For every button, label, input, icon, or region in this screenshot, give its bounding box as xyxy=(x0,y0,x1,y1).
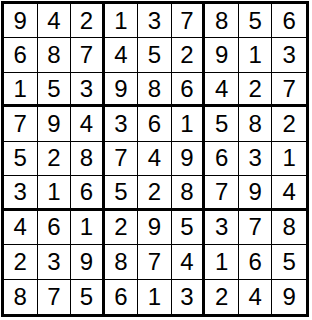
cell-r6c8[interactable]: 9 xyxy=(239,176,273,210)
cell-r9c8[interactable]: 4 xyxy=(239,280,273,314)
cell-r1c3[interactable]: 2 xyxy=(71,4,105,38)
cell-r6c4[interactable]: 5 xyxy=(105,176,139,210)
cell-r1c5[interactable]: 3 xyxy=(138,4,172,38)
cell-r1c9[interactable]: 6 xyxy=(272,4,306,38)
cell-r1c6[interactable]: 7 xyxy=(172,4,206,38)
cell-r1c8[interactable]: 5 xyxy=(239,4,273,38)
cell-r6c2[interactable]: 1 xyxy=(38,176,72,210)
cell-r4c7[interactable]: 5 xyxy=(205,107,239,141)
cell-r3c3[interactable]: 3 xyxy=(71,73,105,107)
cell-r3c4[interactable]: 9 xyxy=(105,73,139,107)
cell-r2c5[interactable]: 5 xyxy=(138,38,172,72)
cell-r8c9[interactable]: 5 xyxy=(272,245,306,279)
cell-r3c6[interactable]: 6 xyxy=(172,73,206,107)
cell-r9c6[interactable]: 3 xyxy=(172,280,206,314)
cell-r2c3[interactable]: 7 xyxy=(71,38,105,72)
cell-r3c8[interactable]: 2 xyxy=(239,73,273,107)
cell-r4c5[interactable]: 6 xyxy=(138,107,172,141)
cell-r1c2[interactable]: 4 xyxy=(38,4,72,38)
cell-r7c4[interactable]: 2 xyxy=(105,211,139,245)
cell-r8c5[interactable]: 7 xyxy=(138,245,172,279)
cell-r7c7[interactable]: 3 xyxy=(205,211,239,245)
cell-r8c4[interactable]: 8 xyxy=(105,245,139,279)
cell-r2c9[interactable]: 3 xyxy=(272,38,306,72)
cell-r8c3[interactable]: 9 xyxy=(71,245,105,279)
cell-r5c5[interactable]: 4 xyxy=(138,142,172,176)
cell-r2c2[interactable]: 8 xyxy=(38,38,72,72)
cell-r4c2[interactable]: 9 xyxy=(38,107,72,141)
cell-r1c7[interactable]: 8 xyxy=(205,4,239,38)
cell-r5c8[interactable]: 3 xyxy=(239,142,273,176)
cell-r6c3[interactable]: 6 xyxy=(71,176,105,210)
cell-r9c7[interactable]: 2 xyxy=(205,280,239,314)
cell-r2c6[interactable]: 2 xyxy=(172,38,206,72)
cell-r5c4[interactable]: 7 xyxy=(105,142,139,176)
cell-r7c3[interactable]: 1 xyxy=(71,211,105,245)
cell-r4c1[interactable]: 7 xyxy=(4,107,38,141)
cell-r2c7[interactable]: 9 xyxy=(205,38,239,72)
cell-r9c1[interactable]: 8 xyxy=(4,280,38,314)
cell-r5c7[interactable]: 6 xyxy=(205,142,239,176)
cell-r8c2[interactable]: 3 xyxy=(38,245,72,279)
cell-r8c7[interactable]: 1 xyxy=(205,245,239,279)
cell-r5c6[interactable]: 9 xyxy=(172,142,206,176)
cell-r5c3[interactable]: 8 xyxy=(71,142,105,176)
cell-r4c9[interactable]: 2 xyxy=(272,107,306,141)
cell-r6c5[interactable]: 2 xyxy=(138,176,172,210)
cell-r6c1[interactable]: 3 xyxy=(4,176,38,210)
cell-r7c1[interactable]: 4 xyxy=(4,211,38,245)
cell-r3c1[interactable]: 1 xyxy=(4,73,38,107)
cell-r3c7[interactable]: 4 xyxy=(205,73,239,107)
cell-r7c6[interactable]: 5 xyxy=(172,211,206,245)
cell-r5c1[interactable]: 5 xyxy=(4,142,38,176)
cell-r2c1[interactable]: 6 xyxy=(4,38,38,72)
cell-r1c1[interactable]: 9 xyxy=(4,4,38,38)
cell-r4c8[interactable]: 8 xyxy=(239,107,273,141)
cell-r9c3[interactable]: 5 xyxy=(71,280,105,314)
sudoku-board: 9421378566874529131539864277943615825287… xyxy=(1,1,309,317)
cell-r4c4[interactable]: 3 xyxy=(105,107,139,141)
cell-r7c2[interactable]: 6 xyxy=(38,211,72,245)
cell-r7c9[interactable]: 8 xyxy=(272,211,306,245)
cell-r6c7[interactable]: 7 xyxy=(205,176,239,210)
cell-r5c9[interactable]: 1 xyxy=(272,142,306,176)
cell-r9c9[interactable]: 9 xyxy=(272,280,306,314)
cell-r8c8[interactable]: 6 xyxy=(239,245,273,279)
cell-r9c2[interactable]: 7 xyxy=(38,280,72,314)
cell-r2c8[interactable]: 1 xyxy=(239,38,273,72)
cell-r8c1[interactable]: 2 xyxy=(4,245,38,279)
cell-r3c5[interactable]: 8 xyxy=(138,73,172,107)
cell-r8c6[interactable]: 4 xyxy=(172,245,206,279)
cell-r1c4[interactable]: 1 xyxy=(105,4,139,38)
cell-r6c6[interactable]: 8 xyxy=(172,176,206,210)
cell-r7c5[interactable]: 9 xyxy=(138,211,172,245)
cell-r3c9[interactable]: 7 xyxy=(272,73,306,107)
cell-r4c6[interactable]: 1 xyxy=(172,107,206,141)
cell-r7c8[interactable]: 7 xyxy=(239,211,273,245)
cell-r9c5[interactable]: 1 xyxy=(138,280,172,314)
cell-r3c2[interactable]: 5 xyxy=(38,73,72,107)
cell-r4c3[interactable]: 4 xyxy=(71,107,105,141)
cell-r9c4[interactable]: 6 xyxy=(105,280,139,314)
cell-r6c9[interactable]: 4 xyxy=(272,176,306,210)
cell-r5c2[interactable]: 2 xyxy=(38,142,72,176)
cell-r2c4[interactable]: 4 xyxy=(105,38,139,72)
